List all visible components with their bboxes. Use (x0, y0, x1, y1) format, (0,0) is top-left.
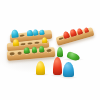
cyan-peg (11, 29, 18, 37)
red-peg (76, 27, 82, 34)
red-peg (62, 30, 70, 38)
peg-hole (9, 52, 14, 55)
green-peg-standing (57, 47, 63, 57)
yellow-peg-loose (36, 61, 46, 75)
toy-product-photo (0, 0, 100, 100)
red-peg (69, 28, 76, 36)
peg-hole (27, 41, 32, 44)
peg-hole (20, 42, 25, 45)
peg-hole (46, 49, 51, 52)
green-peg (39, 46, 45, 52)
cyan-peg (39, 29, 44, 34)
red-peg (83, 26, 89, 32)
peg-hole (34, 41, 39, 44)
cyan-peg (33, 29, 39, 35)
green-peg (31, 46, 37, 53)
peg-hole (17, 52, 22, 55)
cyan-peg (27, 29, 33, 36)
red-block (55, 26, 94, 45)
green-peg (23, 47, 30, 54)
peg-hole (19, 34, 24, 37)
red-peg-loose (53, 57, 63, 75)
yellow-peg (13, 39, 19, 46)
blue-peg-loose (63, 62, 74, 77)
